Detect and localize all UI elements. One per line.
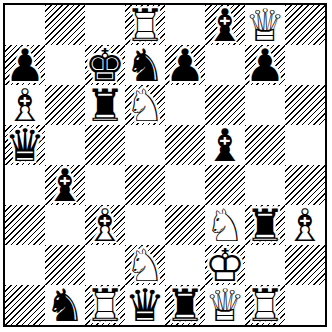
piece-black-bishop: ♝ [45,165,85,205]
square-b3[interactable] [45,205,85,245]
square-b1[interactable]: ♞ [45,285,85,325]
piece-white-bishop: ♝♗ [85,205,125,245]
board-frame: ♜♖♝♛♕♟♚♞♟♟♝♗♜♞♘♛♝♝♝♗♞♘♜♝♗♞♘♚♔♞♜♖♛♜♛♕♜♖ [3,3,327,327]
square-f7[interactable] [205,45,245,85]
square-h5[interactable] [285,125,325,165]
square-a4[interactable] [5,165,45,205]
square-d5[interactable] [125,125,165,165]
piece-black-pawn: ♟ [245,45,285,85]
square-f8[interactable]: ♝ [205,5,245,45]
chess-board: ♜♖♝♛♕♟♚♞♟♟♝♗♜♞♘♛♝♝♝♗♞♘♜♝♗♞♘♚♔♞♜♖♛♜♛♕♜♖ [5,5,325,325]
piece-black-knight: ♞ [45,285,85,325]
square-c3[interactable]: ♝♗ [85,205,125,245]
piece-white-rook: ♜♖ [245,285,285,325]
piece-black-rook: ♜ [165,285,205,325]
square-f5[interactable]: ♝ [205,125,245,165]
piece-black-queen: ♛ [125,285,165,325]
black-queen-glyph: ♛ [5,125,45,165]
square-c6[interactable]: ♜ [85,85,125,125]
white-bishop-outline: ♗ [285,205,325,245]
square-e1[interactable]: ♜ [165,285,205,325]
square-h1[interactable] [285,285,325,325]
square-c1[interactable]: ♜♖ [85,285,125,325]
piece-black-queen: ♛ [5,125,45,165]
square-e3[interactable] [165,205,205,245]
piece-black-bishop: ♝ [205,125,245,165]
square-d4[interactable] [125,165,165,205]
square-h6[interactable] [285,85,325,125]
square-e6[interactable] [165,85,205,125]
square-h7[interactable] [285,45,325,85]
black-bishop-glyph: ♝ [45,165,85,205]
square-b7[interactable] [45,45,85,85]
square-g1[interactable]: ♜♖ [245,285,285,325]
square-d1[interactable]: ♛ [125,285,165,325]
black-queen-glyph: ♛ [125,285,165,325]
piece-black-bishop: ♝ [205,5,245,45]
square-e4[interactable] [165,165,205,205]
square-g7[interactable]: ♟ [245,45,285,85]
white-bishop-outline: ♗ [85,205,125,245]
square-g3[interactable]: ♜ [245,205,285,245]
square-g6[interactable] [245,85,285,125]
piece-white-knight: ♞♘ [125,85,165,125]
square-a3[interactable] [5,205,45,245]
square-f1[interactable]: ♛♕ [205,285,245,325]
piece-white-rook: ♜♖ [85,285,125,325]
square-b6[interactable] [45,85,85,125]
square-h2[interactable] [285,245,325,285]
white-rook-outline: ♖ [245,285,285,325]
piece-white-bishop: ♝♗ [285,205,325,245]
square-a5[interactable]: ♛ [5,125,45,165]
square-e5[interactable] [165,125,205,165]
square-e7[interactable]: ♟ [165,45,205,85]
white-queen-outline: ♕ [205,285,245,325]
black-bishop-glyph: ♝ [205,125,245,165]
black-pawn-glyph: ♟ [245,45,285,85]
black-bishop-glyph: ♝ [205,5,245,45]
white-rook-outline: ♖ [85,285,125,325]
black-rook-glyph: ♜ [85,85,125,125]
square-b8[interactable] [45,5,85,45]
square-h8[interactable] [285,5,325,45]
piece-black-rook: ♜ [245,205,285,245]
square-c5[interactable] [85,125,125,165]
square-d6[interactable]: ♞♘ [125,85,165,125]
square-a2[interactable] [5,245,45,285]
black-rook-glyph: ♜ [165,285,205,325]
piece-black-rook: ♜ [85,85,125,125]
square-g5[interactable] [245,125,285,165]
piece-white-queen: ♛♕ [205,285,245,325]
square-a1[interactable] [5,285,45,325]
white-knight-outline: ♘ [125,85,165,125]
black-rook-glyph: ♜ [245,205,285,245]
black-pawn-glyph: ♟ [165,45,205,85]
black-knight-glyph: ♞ [45,285,85,325]
piece-black-pawn: ♟ [165,45,205,85]
square-b4[interactable]: ♝ [45,165,85,205]
square-h3[interactable]: ♝♗ [285,205,325,245]
